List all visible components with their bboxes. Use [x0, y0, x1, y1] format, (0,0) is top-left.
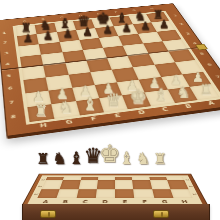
open-board-scene: HGFEDCBA ABCDEFGH 12345678 12345678 ♜♞♝♛…	[0, 3, 220, 139]
coordinate-label: B	[41, 18, 45, 21]
coordinate-label: G	[65, 119, 73, 126]
closed-box-top: 321321ABCDEFGH	[22, 174, 208, 205]
square	[117, 79, 145, 95]
file-labels-near: HGFEDCBA	[30, 99, 220, 130]
square	[78, 180, 97, 189]
square	[132, 180, 151, 189]
square	[115, 180, 133, 189]
square	[22, 66, 46, 81]
square	[145, 89, 175, 106]
square	[122, 92, 151, 109]
coordinate-label: 6	[206, 62, 213, 66]
square	[57, 189, 78, 198]
square	[96, 189, 115, 198]
square	[41, 52, 65, 65]
square	[60, 180, 81, 189]
coordinate-label: 4	[5, 62, 10, 66]
square	[97, 180, 115, 189]
square	[65, 61, 90, 75]
coordinate-label: 4	[192, 41, 198, 45]
coordinate-label: F	[114, 11, 118, 14]
coordinate-label: H	[149, 7, 154, 10]
square	[90, 70, 117, 85]
open-board-grid	[16, 12, 220, 122]
square	[133, 189, 153, 198]
square	[25, 90, 51, 107]
coordinate-label: D	[137, 109, 146, 115]
closed-box-front	[22, 204, 210, 220]
coordinate-label: E	[114, 113, 122, 119]
coordinate-label: 7	[9, 99, 14, 104]
square	[46, 75, 72, 90]
brass-clasp-right-icon	[153, 210, 169, 218]
square	[112, 67, 139, 82]
rank-number: 1	[33, 193, 39, 195]
coordinate-label: 1	[2, 31, 6, 34]
coordinate-label: E	[97, 12, 101, 15]
rank-number: 3	[184, 179, 190, 180]
coordinate-label: A	[23, 20, 27, 23]
coordinate-label: 1	[173, 14, 178, 17]
closed-box-board-half: 321321ABCDEFGH	[27, 175, 204, 205]
coordinate-label: C	[60, 16, 64, 19]
square	[86, 58, 112, 72]
square	[99, 95, 128, 112]
closed-box: 321321ABCDEFGH	[22, 143, 208, 220]
square	[167, 87, 197, 103]
coordinate-label: H	[39, 122, 47, 129]
coordinate-label: D	[78, 14, 82, 17]
square	[68, 72, 94, 87]
coordinate-label: 2	[179, 22, 185, 25]
square	[154, 62, 182, 76]
square	[107, 56, 133, 70]
square	[52, 101, 80, 119]
coordinate-label: 7	[214, 74, 220, 79]
open-chess-board: HGFEDCBA ABCDEFGH 12345678 12345678	[0, 3, 220, 139]
coordinate-label: 8	[10, 114, 15, 120]
square	[27, 104, 54, 122]
square	[160, 74, 189, 89]
coordinate-label: 3	[4, 51, 9, 55]
square	[72, 85, 99, 101]
square	[94, 82, 122, 98]
square	[139, 77, 167, 93]
square	[43, 63, 68, 77]
coordinate-label: 6	[8, 86, 13, 91]
coordinate-label: C	[161, 106, 169, 112]
square	[49, 87, 76, 104]
square	[115, 189, 134, 198]
rank-number: 2	[187, 186, 193, 188]
coordinate-label: 2	[3, 41, 7, 45]
coordinate-label: F	[90, 116, 97, 123]
square	[133, 65, 160, 79]
square	[75, 98, 103, 115]
coordinate-label: G	[132, 9, 137, 12]
square	[20, 54, 44, 68]
coordinate-label: A	[207, 100, 216, 106]
square	[175, 60, 203, 74]
coordinate-label: 3	[185, 32, 191, 36]
square	[182, 72, 211, 87]
square	[76, 189, 96, 198]
brass-clasp-left-icon	[40, 210, 56, 218]
rank-number: 1	[191, 193, 197, 195]
coordinate-label: B	[184, 103, 193, 109]
coordinate-label: 5	[6, 73, 11, 78]
square	[189, 84, 220, 100]
square	[23, 78, 48, 94]
chess-set-product-photo: HGFEDCBA ABCDEFGH 12345678 12345678 ♜♞♝♛…	[0, 0, 220, 220]
rank-number: 3	[40, 179, 46, 180]
coordinate-label: 5	[199, 51, 205, 55]
